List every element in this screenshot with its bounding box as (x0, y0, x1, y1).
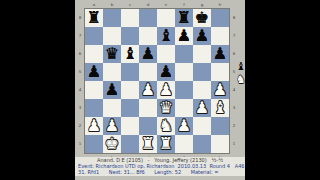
material-tray: ♝♞ (235, 60, 247, 86)
square-a4[interactable] (85, 81, 103, 99)
white-pawn: ♟ (105, 117, 119, 135)
white-pawn: ♟ (159, 81, 173, 99)
rank-label-left-6: 6 (76, 45, 84, 63)
square-g7[interactable]: ♟ (193, 27, 211, 45)
square-h3[interactable]: ♝ (211, 99, 229, 117)
file-label-top-c: c (121, 0, 139, 8)
rank-labels-left: 87654321 (76, 9, 84, 153)
square-d1[interactable]: ♜ (139, 135, 157, 153)
square-a8[interactable]: ♜ (85, 9, 103, 27)
square-b5[interactable] (103, 63, 121, 81)
white-pawn: ♟ (87, 117, 101, 135)
square-c4[interactable] (121, 81, 139, 99)
black-pawn: ♟ (87, 63, 101, 81)
square-e5[interactable]: ♟ (157, 63, 175, 81)
square-d6[interactable]: ♟ (139, 45, 157, 63)
game-info-caption: Anand, D E (2105) - Young, Jeffery (2130… (75, 157, 245, 176)
white-pawn: ♟ (177, 117, 191, 135)
file-label-top-g: g (193, 0, 211, 8)
video-frame: abcdefgh abcdefgh 87654321 87654321 ♜♜♚♝… (0, 0, 320, 180)
square-a6[interactable] (85, 45, 103, 63)
rank-label-left-7: 7 (76, 27, 84, 45)
square-c1[interactable] (121, 135, 139, 153)
white-queen: ♛ (159, 99, 173, 117)
square-e2[interactable]: ♞ (157, 117, 175, 135)
square-f4[interactable] (175, 81, 193, 99)
square-g4[interactable] (193, 81, 211, 99)
rank-label-left-4: 4 (76, 81, 84, 99)
file-label-top-h: h (211, 0, 229, 8)
square-h6[interactable]: ♟ (211, 45, 229, 63)
square-a1[interactable] (85, 135, 103, 153)
square-g1[interactable] (193, 135, 211, 153)
white-bishop: ♝ (213, 99, 227, 117)
black-pawn: ♟ (177, 27, 191, 45)
black-pawn: ♟ (159, 63, 173, 81)
material-white-knight-icon: ♞ (236, 73, 246, 86)
rank-label-right-1: 1 (230, 135, 238, 153)
rank-label-right-3: 3 (230, 99, 238, 117)
file-label-top-e: e (157, 0, 175, 8)
black-rook: ♜ (87, 9, 101, 27)
square-h4[interactable]: ♟ (211, 81, 229, 99)
white-pawn: ♟ (213, 81, 227, 99)
square-d7[interactable] (139, 27, 157, 45)
white-pawn: ♟ (141, 81, 155, 99)
square-e6[interactable] (157, 45, 175, 63)
square-b7[interactable] (103, 27, 121, 45)
file-label-top-b: b (103, 0, 121, 8)
move-status-line: 31. Rfd1 Next: 31... Bf6 Length: 52 Mate… (75, 170, 245, 176)
square-c8[interactable] (121, 9, 139, 27)
square-e8[interactable] (157, 9, 175, 27)
white-knight: ♞ (159, 117, 173, 135)
square-f1[interactable] (175, 135, 193, 153)
square-b1[interactable]: ♚ (103, 135, 121, 153)
material-black-bishop-icon: ♝ (236, 60, 246, 73)
square-c5[interactable] (121, 63, 139, 81)
white-pawn: ♟ (195, 99, 209, 117)
file-labels-top: abcdefgh (85, 0, 229, 8)
black-pawn: ♟ (213, 45, 227, 63)
square-f3[interactable] (175, 99, 193, 117)
square-f2[interactable]: ♟ (175, 117, 193, 135)
file-label-top-a: a (85, 0, 103, 8)
square-e4[interactable]: ♟ (157, 81, 175, 99)
rank-label-left-1: 1 (76, 135, 84, 153)
square-h7[interactable] (211, 27, 229, 45)
black-pawn: ♟ (141, 45, 155, 63)
square-a5[interactable]: ♟ (85, 63, 103, 81)
square-d4[interactable]: ♟ (139, 81, 157, 99)
square-g3[interactable]: ♟ (193, 99, 211, 117)
rank-label-right-7: 7 (230, 27, 238, 45)
square-g2[interactable] (193, 117, 211, 135)
square-g5[interactable] (193, 63, 211, 81)
square-a3[interactable] (85, 99, 103, 117)
square-c3[interactable] (121, 99, 139, 117)
rank-label-left-8: 8 (76, 9, 84, 27)
square-b3[interactable] (103, 99, 121, 117)
black-bishop: ♝ (123, 45, 137, 63)
square-g8[interactable]: ♚ (193, 9, 211, 27)
rank-label-right-8: 8 (230, 9, 238, 27)
black-rook: ♜ (177, 9, 191, 27)
black-pawn: ♟ (105, 81, 119, 99)
square-g6[interactable] (193, 45, 211, 63)
chess-app-window: abcdefgh abcdefgh 87654321 87654321 ♜♜♚♝… (75, 0, 245, 180)
square-c6[interactable]: ♝ (121, 45, 139, 63)
white-king: ♚ (105, 135, 119, 153)
square-e1[interactable]: ♜ (157, 135, 175, 153)
rank-label-left-3: 3 (76, 99, 84, 117)
square-b4[interactable]: ♟ (103, 81, 121, 99)
square-f8[interactable]: ♜ (175, 9, 193, 27)
square-h5[interactable] (211, 63, 229, 81)
chess-board[interactable]: ♜♜♚♝♟♟♛♝♟♟♟♟♟♟♟♟♛♟♝♟♟♞♟♚♜♜ (85, 9, 229, 153)
square-d2[interactable] (139, 117, 157, 135)
file-label-top-f: f (175, 0, 193, 8)
square-h2[interactable] (211, 117, 229, 135)
rank-label-left-5: 5 (76, 63, 84, 81)
black-king: ♚ (195, 9, 209, 27)
square-d8[interactable] (139, 9, 157, 27)
square-c2[interactable] (121, 117, 139, 135)
white-rook: ♜ (141, 135, 155, 153)
square-e3[interactable]: ♛ (157, 99, 175, 117)
square-d3[interactable] (139, 99, 157, 117)
square-f7[interactable]: ♟ (175, 27, 193, 45)
rank-label-left-2: 2 (76, 117, 84, 135)
white-rook: ♜ (159, 135, 173, 153)
square-f5[interactable] (175, 63, 193, 81)
black-pawn: ♟ (195, 27, 209, 45)
file-label-top-d: d (139, 0, 157, 8)
square-b6[interactable]: ♛ (103, 45, 121, 63)
square-d5[interactable] (139, 63, 157, 81)
square-b8[interactable] (103, 9, 121, 27)
square-f6[interactable] (175, 45, 193, 63)
rank-label-right-2: 2 (230, 117, 238, 135)
square-h8[interactable] (211, 9, 229, 27)
square-b2[interactable]: ♟ (103, 117, 121, 135)
black-queen: ♛ (105, 45, 119, 63)
square-a7[interactable] (85, 27, 103, 45)
square-e7[interactable]: ♝ (157, 27, 175, 45)
square-c7[interactable] (121, 27, 139, 45)
square-h1[interactable] (211, 135, 229, 153)
square-a2[interactable]: ♟ (85, 117, 103, 135)
black-bishop: ♝ (159, 27, 173, 45)
